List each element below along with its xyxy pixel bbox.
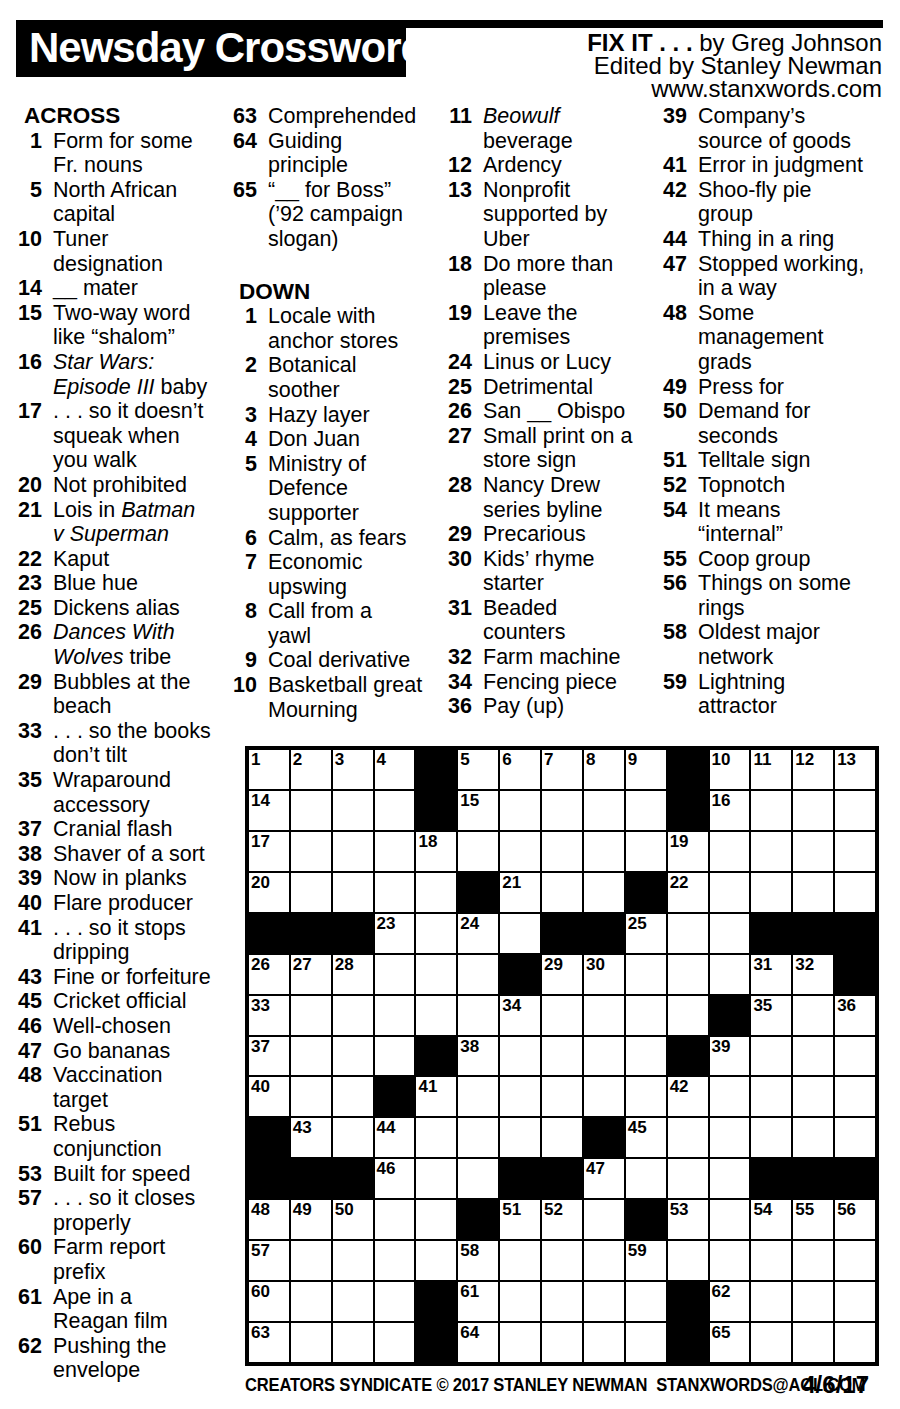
cell-r9c3[interactable]	[332, 1076, 374, 1117]
cell-r10c6[interactable]	[457, 1117, 499, 1158]
cell-r15c2[interactable]	[290, 1322, 332, 1363]
cell-r14c4[interactable]	[374, 1281, 416, 1322]
clue-number: 12	[448, 153, 472, 178]
cell-r3c9[interactable]	[583, 831, 625, 872]
cell-r8c2[interactable]	[290, 1036, 332, 1077]
cell-r2c4[interactable]	[374, 790, 416, 831]
cell-r4c8[interactable]	[541, 872, 583, 913]
cell-r13c9[interactable]	[583, 1240, 625, 1281]
cell-r15c1[interactable]: 63	[248, 1322, 290, 1363]
cell-r6c13[interactable]: 31	[750, 954, 792, 995]
cell-number: 32	[795, 955, 814, 974]
cell-r10c8[interactable]	[541, 1117, 583, 1158]
cell-r4c5[interactable]	[415, 872, 457, 913]
cell-r13c5[interactable]	[415, 1240, 457, 1281]
across-clue-21: 21Lois in Batman v Superman	[18, 498, 232, 547]
clue-text: Lois in Batman v Superman	[53, 498, 195, 547]
clue-number: 5	[18, 178, 42, 203]
cell-r4c4[interactable]	[374, 872, 416, 913]
cell-r9c7[interactable]	[499, 1076, 541, 1117]
across-clue-51: 51Rebus conjunction	[18, 1112, 232, 1161]
cell-r13c11[interactable]	[667, 1240, 709, 1281]
black-cell-r5c1	[248, 913, 290, 954]
cell-r13c6[interactable]: 58	[457, 1240, 499, 1281]
cell-r13c2[interactable]	[290, 1240, 332, 1281]
cell-r11c10[interactable]	[625, 1158, 667, 1199]
cell-r14c15[interactable]	[834, 1281, 876, 1322]
cell-r10c11[interactable]	[667, 1117, 709, 1158]
cell-r1c2[interactable]: 2	[290, 749, 332, 790]
clue-number: 42	[663, 178, 687, 203]
clue-number: 45	[18, 989, 42, 1014]
cell-r4c15[interactable]	[834, 872, 876, 913]
cell-r13c8[interactable]	[541, 1240, 583, 1281]
cell-r7c5[interactable]	[415, 995, 457, 1036]
cell-r11c5[interactable]	[415, 1158, 457, 1199]
across-clue-23: 23Blue hue	[18, 571, 232, 596]
cell-r8c3[interactable]	[332, 1036, 374, 1077]
cell-number: 19	[670, 832, 689, 851]
cell-r2c7[interactable]	[499, 790, 541, 831]
clue-text: Demand for seconds	[698, 399, 810, 448]
cell-number: 17	[251, 832, 270, 851]
black-cell-r4c6	[457, 872, 499, 913]
clue-text: Nancy Drew series byline	[483, 473, 603, 522]
cell-r2c14[interactable]	[792, 790, 834, 831]
cell-r1c9[interactable]: 8	[583, 749, 625, 790]
clue-number: 16	[18, 350, 42, 375]
cell-r7c9[interactable]	[583, 995, 625, 1036]
cell-r7c4[interactable]	[374, 995, 416, 1036]
clue-number: 29	[448, 522, 472, 547]
cell-number: 48	[251, 1200, 270, 1219]
across-clue-64: 64Guiding principle	[233, 129, 447, 178]
cell-r7c15[interactable]: 36	[834, 995, 876, 1036]
cell-r5c4[interactable]: 23	[374, 913, 416, 954]
clue-text: Thing in a ring	[698, 227, 834, 252]
cell-r6c11[interactable]	[667, 954, 709, 995]
cell-r13c1[interactable]: 57	[248, 1240, 290, 1281]
cell-r13c13[interactable]	[750, 1240, 792, 1281]
cell-r11c9[interactable]: 47	[583, 1158, 625, 1199]
clue-text: Shaver of a sort	[53, 842, 205, 867]
cell-r12c8[interactable]: 52	[541, 1199, 583, 1240]
clue-text: Flare producer	[53, 891, 193, 916]
cell-r13c3[interactable]	[332, 1240, 374, 1281]
cell-r3c1[interactable]: 17	[248, 831, 290, 872]
cell-r12c2[interactable]: 49	[290, 1199, 332, 1240]
cell-r8c6[interactable]: 38	[457, 1036, 499, 1077]
cell-number: 44	[377, 1118, 396, 1137]
cell-r14c10[interactable]	[625, 1281, 667, 1322]
cell-r2c12[interactable]: 16	[709, 790, 751, 831]
cell-r13c4[interactable]	[374, 1240, 416, 1281]
cell-number: 62	[712, 1282, 731, 1301]
cell-r12c3[interactable]: 50	[332, 1199, 374, 1240]
clue-number: 11	[448, 104, 472, 129]
clue-number: 54	[663, 498, 687, 523]
cell-r1c6[interactable]: 5	[457, 749, 499, 790]
puzzle-info: FIX IT . . . by Greg Johnson Edited by S…	[587, 31, 882, 100]
cell-r8c15[interactable]	[834, 1036, 876, 1077]
clue-number: 10	[233, 673, 257, 698]
cell-r7c2[interactable]	[290, 995, 332, 1036]
cell-r2c2[interactable]	[290, 790, 332, 831]
clue-number: 6	[233, 526, 257, 551]
cell-r1c3[interactable]: 3	[332, 749, 374, 790]
cell-r15c8[interactable]	[541, 1322, 583, 1363]
cell-r5c10[interactable]: 25	[625, 913, 667, 954]
cell-r6c14[interactable]: 32	[792, 954, 834, 995]
cell-r3c7[interactable]	[499, 831, 541, 872]
clue-number: 3	[233, 403, 257, 428]
cell-r7c11[interactable]	[667, 995, 709, 1036]
cell-r6c1[interactable]: 26	[248, 954, 290, 995]
cell-r1c14[interactable]: 12	[792, 749, 834, 790]
cell-r9c8[interactable]	[541, 1076, 583, 1117]
clue-text: Oldest major network	[698, 620, 820, 669]
cell-r10c3[interactable]	[332, 1117, 374, 1158]
down-clue-49: 49Press for	[663, 375, 877, 400]
clue-text: Things on some rings	[698, 571, 851, 620]
edited-by: Edited by Stanley Newman	[587, 54, 882, 77]
down-clue-7: 7Economic upswing	[233, 550, 447, 599]
cell-r13c12[interactable]	[709, 1240, 751, 1281]
cell-number: 52	[544, 1200, 563, 1219]
cell-r3c10[interactable]	[625, 831, 667, 872]
cell-r2c6[interactable]: 15	[457, 790, 499, 831]
cell-r14c8[interactable]	[541, 1281, 583, 1322]
cell-number: 47	[586, 1159, 605, 1178]
cell-r12c5[interactable]	[415, 1199, 457, 1240]
clue-number: 64	[233, 129, 257, 154]
cell-r12c13[interactable]: 54	[750, 1199, 792, 1240]
puzzle-date: 4/6/17	[802, 1371, 869, 1399]
across-clue-16: 16Star Wars: Episode III baby	[18, 350, 232, 399]
cell-r15c4[interactable]	[374, 1322, 416, 1363]
clue-number: 37	[18, 817, 42, 842]
cell-r1c10[interactable]: 9	[625, 749, 667, 790]
cell-r8c9[interactable]	[583, 1036, 625, 1077]
cell-r14c14[interactable]	[792, 1281, 834, 1322]
clue-text: Wraparound accessory	[53, 768, 171, 817]
clue-number: 47	[18, 1039, 42, 1064]
down-clue-5: 5Ministry of Defence supporter	[233, 452, 447, 526]
cell-r10c10[interactable]: 45	[625, 1117, 667, 1158]
black-cell-r6c15	[834, 954, 876, 995]
cell-r8c8[interactable]	[541, 1036, 583, 1077]
black-cell-r12c6	[457, 1199, 499, 1240]
cell-r13c14[interactable]	[792, 1240, 834, 1281]
down-clue-30: 30Kids’ rhyme starter	[448, 547, 662, 596]
down-clue-58: 58Oldest major network	[663, 620, 877, 669]
black-cell-r14c11	[667, 1281, 709, 1322]
cell-r15c10[interactable]	[625, 1322, 667, 1363]
cell-r11c11[interactable]	[667, 1158, 709, 1199]
across-clue-26: 26Dances With Wolves tribe	[18, 620, 232, 669]
clue-number: 21	[18, 498, 42, 523]
cell-r3c5[interactable]: 18	[415, 831, 457, 872]
cell-r6c6[interactable]	[457, 954, 499, 995]
clue-text: Shoo-fly pie group	[698, 178, 812, 227]
down-clue-3: 3Hazy layer	[233, 403, 447, 428]
cell-r12c12[interactable]	[709, 1199, 751, 1240]
cell-r4c13[interactable]	[750, 872, 792, 913]
cell-r7c1[interactable]: 33	[248, 995, 290, 1036]
cell-r6c9[interactable]: 30	[583, 954, 625, 995]
cell-r9c13[interactable]	[750, 1076, 792, 1117]
cell-r2c1[interactable]: 14	[248, 790, 290, 831]
cell-r3c6[interactable]	[457, 831, 499, 872]
clue-number: 22	[18, 547, 42, 572]
cell-r6c3[interactable]: 28	[332, 954, 374, 995]
cell-r12c7[interactable]: 51	[499, 1199, 541, 1240]
cell-r12c1[interactable]: 48	[248, 1199, 290, 1240]
cell-r15c7[interactable]	[499, 1322, 541, 1363]
cell-r5c7[interactable]	[499, 913, 541, 954]
cell-r1c15[interactable]: 13	[834, 749, 876, 790]
clue-text: . . . so it doesn’t squeak when you walk	[53, 399, 204, 473]
cell-number: 37	[251, 1037, 270, 1056]
cell-r10c15[interactable]	[834, 1117, 876, 1158]
cell-r5c5[interactable]	[415, 913, 457, 954]
cell-r8c10[interactable]	[625, 1036, 667, 1077]
cell-r9c1[interactable]: 40	[248, 1076, 290, 1117]
clue-text: Beaded counters	[483, 596, 565, 645]
cell-r3c12[interactable]	[709, 831, 751, 872]
clue-column-2: 63Comprehended64Guiding principle65“__ f…	[233, 104, 447, 722]
cell-r5c6[interactable]: 24	[457, 913, 499, 954]
cell-r4c11[interactable]: 22	[667, 872, 709, 913]
clue-text: Coop group	[698, 547, 810, 572]
clue-number: 15	[18, 301, 42, 326]
cell-r6c2[interactable]: 27	[290, 954, 332, 995]
clue-text: Company’s source of goods	[698, 104, 851, 153]
cell-r9c6[interactable]	[457, 1076, 499, 1117]
cell-r9c12[interactable]	[709, 1076, 751, 1117]
clue-number: 48	[663, 301, 687, 326]
cell-r15c6[interactable]: 64	[457, 1322, 499, 1363]
cell-r7c14[interactable]	[792, 995, 834, 1036]
across-clue-25: 25Dickens alias	[18, 596, 232, 621]
cell-r5c12[interactable]	[709, 913, 751, 954]
clue-text: Ministry of Defence supporter	[268, 452, 366, 526]
across-clue-38: 38Shaver of a sort	[18, 842, 232, 867]
cell-r10c4[interactable]: 44	[374, 1117, 416, 1158]
cell-r14c12[interactable]: 62	[709, 1281, 751, 1322]
cell-r7c3[interactable]	[332, 995, 374, 1036]
cell-r8c13[interactable]	[750, 1036, 792, 1077]
clue-number: 51	[18, 1112, 42, 1137]
clue-number: 36	[448, 694, 472, 719]
cell-number: 33	[251, 996, 270, 1015]
cell-r8c14[interactable]	[792, 1036, 834, 1077]
cell-number: 64	[460, 1323, 479, 1342]
clue-text: Leave the premises	[483, 301, 577, 350]
cell-r6c8[interactable]: 29	[541, 954, 583, 995]
clue-number: 28	[448, 473, 472, 498]
cell-number: 40	[251, 1077, 270, 1096]
cell-r3c14[interactable]	[792, 831, 834, 872]
across-clue-57: 57. . . so it closes properly	[18, 1186, 232, 1235]
cell-number: 36	[837, 996, 856, 1015]
footer: CREATORS SYNDICATE © 2017 STANLEY NEWMAN…	[245, 1371, 879, 1397]
cell-r3c15[interactable]	[834, 831, 876, 872]
cell-r3c2[interactable]	[290, 831, 332, 872]
cell-r4c2[interactable]	[290, 872, 332, 913]
clue-number: 31	[448, 596, 472, 621]
cell-r14c6[interactable]: 61	[457, 1281, 499, 1322]
across-clue-15: 15Two-way word like “shalom”	[18, 301, 232, 350]
cell-r15c13[interactable]	[750, 1322, 792, 1363]
cell-r1c13[interactable]: 11	[750, 749, 792, 790]
cell-r13c15[interactable]	[834, 1240, 876, 1281]
across-clue-37: 37Cranial flash	[18, 817, 232, 842]
cell-r15c15[interactable]	[834, 1322, 876, 1363]
cell-r14c2[interactable]	[290, 1281, 332, 1322]
cell-r3c4[interactable]	[374, 831, 416, 872]
cell-r9c10[interactable]	[625, 1076, 667, 1117]
cell-r10c12[interactable]	[709, 1117, 751, 1158]
clue-text: Form for some Fr. nouns	[53, 129, 193, 178]
cell-r5c11[interactable]	[667, 913, 709, 954]
cell-r10c7[interactable]	[499, 1117, 541, 1158]
clue-text: Lightning attractor	[698, 670, 785, 719]
cell-r15c12[interactable]: 65	[709, 1322, 751, 1363]
down-clue-2: 2Botanical soother	[233, 353, 447, 402]
cell-r2c10[interactable]	[625, 790, 667, 831]
cell-r4c7[interactable]: 21	[499, 872, 541, 913]
cell-r3c3[interactable]	[332, 831, 374, 872]
clue-text: Basketball great Mourning	[268, 673, 422, 722]
cell-r1c1[interactable]: 1	[248, 749, 290, 790]
cell-r12c14[interactable]: 55	[792, 1199, 834, 1240]
cell-r10c2[interactable]: 43	[290, 1117, 332, 1158]
cell-r14c9[interactable]	[583, 1281, 625, 1322]
cell-r8c1[interactable]: 37	[248, 1036, 290, 1077]
cell-r3c8[interactable]	[541, 831, 583, 872]
cell-number: 29	[544, 955, 563, 974]
clue-text: Some management grads	[698, 301, 824, 375]
cell-r3c11[interactable]: 19	[667, 831, 709, 872]
cell-r1c12[interactable]: 10	[709, 749, 751, 790]
cell-r9c9[interactable]	[583, 1076, 625, 1117]
cell-r13c10[interactable]: 59	[625, 1240, 667, 1281]
black-cell-r2c5	[415, 790, 457, 831]
cell-r11c6[interactable]	[457, 1158, 499, 1199]
cell-r10c14[interactable]	[792, 1117, 834, 1158]
cell-r14c1[interactable]: 60	[248, 1281, 290, 1322]
cell-r9c11[interactable]: 42	[667, 1076, 709, 1117]
cell-r2c8[interactable]	[541, 790, 583, 831]
cell-r14c3[interactable]	[332, 1281, 374, 1322]
down-clue-44: 44Thing in a ring	[663, 227, 877, 252]
cell-r15c3[interactable]	[332, 1322, 374, 1363]
clue-number: 41	[663, 153, 687, 178]
cell-r7c13[interactable]: 35	[750, 995, 792, 1036]
cell-r12c11[interactable]: 53	[667, 1199, 709, 1240]
down-clue-31: 31Beaded counters	[448, 596, 662, 645]
down-clue-32: 32Farm machine	[448, 645, 662, 670]
black-cell-r15c5	[415, 1322, 457, 1363]
cell-r4c14[interactable]	[792, 872, 834, 913]
cell-r2c15[interactable]	[834, 790, 876, 831]
cell-r4c12[interactable]	[709, 872, 751, 913]
clue-number: 50	[663, 399, 687, 424]
cell-number: 26	[251, 955, 270, 974]
cell-r15c14[interactable]	[792, 1322, 834, 1363]
across-clue-20: 20Not prohibited	[18, 473, 232, 498]
cell-r6c12[interactable]	[709, 954, 751, 995]
cell-r7c8[interactable]	[541, 995, 583, 1036]
cell-number: 7	[544, 750, 553, 769]
cell-number: 58	[460, 1241, 479, 1260]
clue-number: 55	[663, 547, 687, 572]
down-clue-9: 9Coal derivative	[233, 648, 447, 673]
cell-number: 24	[460, 914, 479, 933]
cell-r9c5[interactable]: 41	[415, 1076, 457, 1117]
cell-r1c7[interactable]: 6	[499, 749, 541, 790]
cell-r2c3[interactable]	[332, 790, 374, 831]
cell-r12c9[interactable]	[583, 1199, 625, 1240]
cell-r7c6[interactable]	[457, 995, 499, 1036]
cell-r9c15[interactable]	[834, 1076, 876, 1117]
cell-r12c15[interactable]: 56	[834, 1199, 876, 1240]
cell-r6c5[interactable]	[415, 954, 457, 995]
cell-r6c4[interactable]	[374, 954, 416, 995]
cell-r14c13[interactable]	[750, 1281, 792, 1322]
cell-number: 61	[460, 1282, 479, 1301]
cell-r13c7[interactable]	[499, 1240, 541, 1281]
cell-r7c7[interactable]: 34	[499, 995, 541, 1036]
cell-r3c13[interactable]	[750, 831, 792, 872]
cell-r11c4[interactable]: 46	[374, 1158, 416, 1199]
cell-r2c13[interactable]	[750, 790, 792, 831]
cell-r14c7[interactable]	[499, 1281, 541, 1322]
cell-r8c7[interactable]	[499, 1036, 541, 1077]
cell-r9c2[interactable]	[290, 1076, 332, 1117]
cell-number: 59	[628, 1241, 647, 1260]
puzzle-title-line: FIX IT . . . by Greg Johnson	[587, 31, 882, 54]
clue-number: 8	[233, 599, 257, 624]
cell-r4c3[interactable]	[332, 872, 374, 913]
cell-r10c13[interactable]	[750, 1117, 792, 1158]
cell-r2c9[interactable]	[583, 790, 625, 831]
cell-r7c10[interactable]	[625, 995, 667, 1036]
cell-r15c9[interactable]	[583, 1322, 625, 1363]
clue-number: 14	[18, 276, 42, 301]
cell-r9c14[interactable]	[792, 1076, 834, 1117]
cell-r4c9[interactable]	[583, 872, 625, 913]
cell-number: 51	[502, 1200, 521, 1219]
cell-r1c4[interactable]: 4	[374, 749, 416, 790]
cell-r6c10[interactable]	[625, 954, 667, 995]
clue-text: Not prohibited	[53, 473, 187, 498]
across-clue-65: 65“__ for Boss” (’92 campaign slogan)	[233, 178, 447, 252]
cell-r10c5[interactable]	[415, 1117, 457, 1158]
down-clue-47: 47Stopped working, in a way	[663, 252, 877, 301]
cell-r11c12[interactable]	[709, 1158, 751, 1199]
cell-r4c1[interactable]: 20	[248, 872, 290, 913]
cell-number: 45	[628, 1118, 647, 1137]
cell-r12c4[interactable]	[374, 1199, 416, 1240]
cell-r8c12[interactable]: 39	[709, 1036, 751, 1077]
cell-r8c4[interactable]	[374, 1036, 416, 1077]
clue-text: North African capital	[53, 178, 177, 227]
cell-r1c8[interactable]: 7	[541, 749, 583, 790]
across-clue-63: 63Comprehended	[233, 104, 447, 129]
clue-text: Economic upswing	[268, 550, 362, 599]
